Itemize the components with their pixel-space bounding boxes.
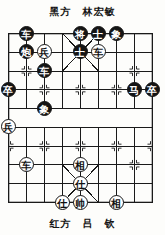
piece-red-general: 帅	[73, 195, 88, 210]
piece-black-general: 将	[73, 26, 88, 41]
piece-black-soldier: 卒	[1, 82, 16, 97]
red-side-player-label: 红方 吕 钦	[0, 217, 165, 231]
piece-red-elephant: 相	[73, 157, 88, 172]
xiangqi-diagram-page: 黑方 林宏敏 车将士象炮士兵车车卒马卒象兵车相仕仕帅相 红方 吕 钦	[0, 0, 165, 235]
piece-red-chariot: 车	[19, 157, 34, 172]
piece-black-chariot: 车	[37, 63, 52, 78]
piece-red-soldier: 兵	[37, 44, 52, 59]
piece-black-elephant: 象	[109, 26, 124, 41]
piece-black-horse: 马	[127, 82, 142, 97]
piece-red-elephant: 相	[109, 195, 124, 210]
xiangqi-board: 车将士象炮士兵车车卒马卒象兵车相仕仕帅相	[0, 0, 165, 235]
piece-black-chariot: 车	[19, 26, 34, 41]
piece-black-elephant: 象	[37, 101, 52, 116]
piece-red-soldier: 兵	[1, 119, 16, 134]
piece-red-advisor: 仕	[55, 195, 70, 210]
piece-black-advisor: 士	[91, 26, 106, 41]
piece-black-soldier: 卒	[145, 82, 160, 97]
piece-black-advisor: 士	[73, 44, 88, 59]
piece-red-advisor: 仕	[73, 176, 88, 191]
piece-black-cannon: 炮	[19, 44, 34, 59]
piece-red-chariot: 车	[91, 44, 106, 59]
pieces-layer: 车将士象炮士兵车车卒马卒象兵车相仕仕帅相	[0, 0, 165, 235]
